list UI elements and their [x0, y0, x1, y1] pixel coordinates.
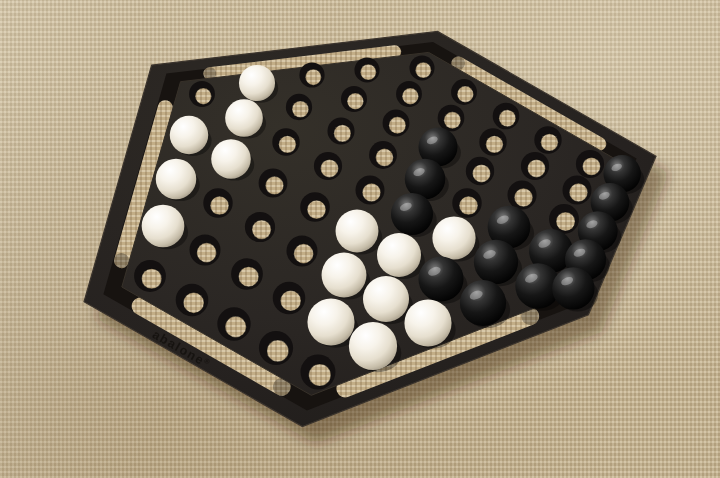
board-hole[interactable] — [267, 340, 289, 362]
white-marble[interactable] — [336, 210, 379, 253]
white-marble[interactable] — [432, 216, 475, 259]
board-hole[interactable] — [195, 88, 211, 104]
game-board: abalone® — [0, 0, 720, 478]
board-hole[interactable] — [305, 69, 321, 85]
white-marble[interactable] — [211, 139, 251, 179]
board-hole[interactable] — [292, 101, 309, 118]
board-hole[interactable] — [294, 244, 314, 264]
board-hole[interactable] — [347, 93, 364, 110]
board-hole[interactable] — [142, 269, 162, 289]
white-marble[interactable] — [239, 65, 275, 101]
board-hole[interactable] — [528, 159, 546, 177]
white-marble[interactable] — [142, 205, 185, 248]
board-hole[interactable] — [389, 117, 406, 134]
board-hole[interactable] — [362, 183, 380, 201]
captured-black-marble — [552, 267, 594, 309]
board-hole[interactable] — [444, 112, 461, 129]
white-marble[interactable] — [349, 322, 397, 370]
board-hole[interactable] — [197, 243, 217, 263]
board-hole[interactable] — [472, 164, 490, 182]
board-hole[interactable] — [252, 220, 271, 239]
board-hole[interactable] — [514, 188, 533, 207]
board-hole[interactable] — [309, 364, 331, 386]
board-hole[interactable] — [459, 196, 478, 215]
board-hole[interactable] — [280, 290, 301, 311]
black-marble[interactable] — [460, 280, 506, 326]
board-hole[interactable] — [307, 200, 326, 219]
white-marble[interactable] — [404, 299, 451, 346]
board-hole[interactable] — [583, 157, 601, 175]
board-hole[interactable] — [360, 64, 376, 80]
white-marble[interactable] — [377, 233, 421, 277]
board-hole[interactable] — [334, 125, 351, 142]
white-marble[interactable] — [156, 159, 196, 199]
board-hole[interactable] — [402, 88, 418, 104]
black-marble[interactable] — [418, 256, 463, 301]
board-hole[interactable] — [541, 134, 558, 151]
board-hole[interactable] — [556, 212, 575, 231]
board-hole[interactable] — [210, 196, 229, 215]
board-hole[interactable] — [265, 176, 283, 194]
board-hole[interactable] — [279, 136, 296, 153]
photo-scene: abalone® — [0, 0, 720, 478]
white-marble[interactable] — [307, 298, 354, 345]
board-hole[interactable] — [457, 86, 473, 102]
board-hole[interactable] — [225, 316, 246, 337]
board-hole[interactable] — [239, 267, 259, 287]
board-hole[interactable] — [321, 159, 339, 177]
board-hole[interactable] — [499, 110, 516, 127]
black-marble[interactable] — [474, 240, 518, 284]
board-hole[interactable] — [376, 149, 394, 167]
black-marble[interactable] — [391, 193, 433, 235]
white-marble[interactable] — [363, 276, 409, 322]
board-hole[interactable] — [486, 136, 503, 153]
board-hole[interactable] — [415, 62, 431, 78]
board-hole[interactable] — [183, 292, 204, 313]
white-marble[interactable] — [225, 99, 263, 137]
white-marble[interactable] — [322, 253, 367, 298]
white-marble[interactable] — [170, 116, 208, 154]
board-hole[interactable] — [569, 183, 587, 201]
